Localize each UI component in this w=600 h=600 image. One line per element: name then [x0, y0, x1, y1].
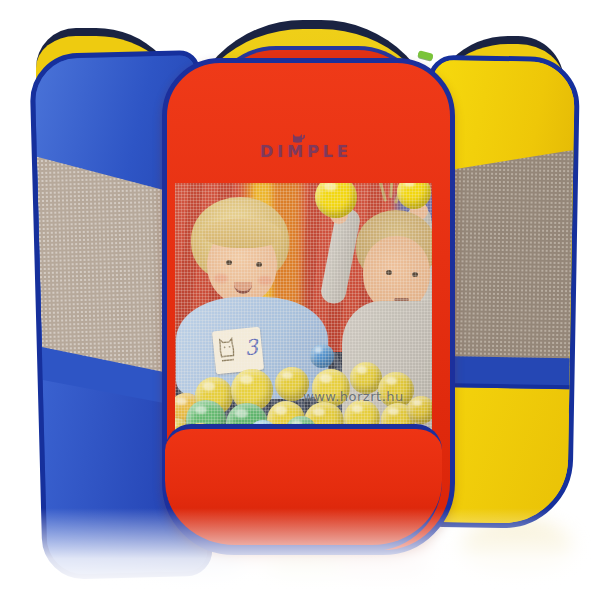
left-toddler-eye	[256, 262, 262, 267]
tie-icon	[417, 50, 433, 61]
play-ball	[407, 396, 432, 424]
left-toddler-eye	[226, 260, 232, 265]
watermark-text: www.horzrt.hu	[303, 389, 404, 404]
play-ball	[310, 344, 334, 368]
cat-icon	[290, 130, 305, 144]
left-toddler-shirt-label: 3	[212, 327, 264, 375]
shirt-label-number: 3	[243, 335, 259, 360]
floor-fade	[0, 508, 600, 600]
left-toddler-cheek	[258, 276, 272, 285]
right-toddler-eye	[386, 270, 392, 275]
right-toddler-eye	[412, 272, 418, 277]
brand-logo: DIMPLE	[258, 142, 354, 178]
left-toddler-cheek	[214, 274, 228, 283]
brand-logo-text: DIMPLE	[260, 142, 352, 161]
cat-doodle-icon	[215, 335, 240, 367]
product-photo: 3 www.horzrt.hu	[0, 0, 600, 600]
left-toddler-fringe	[203, 218, 281, 248]
